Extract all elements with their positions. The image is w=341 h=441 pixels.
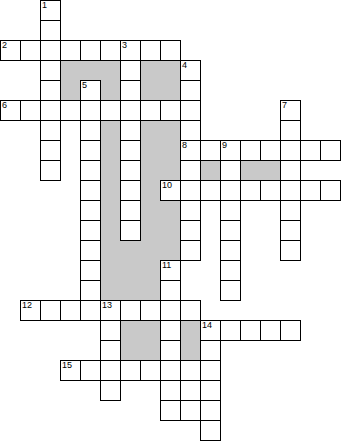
grid-cell-shaded[interactable] (160, 160, 181, 181)
grid-cell[interactable] (40, 40, 61, 61)
grid-cell[interactable] (80, 180, 101, 201)
grid-cell[interactable] (80, 360, 101, 381)
grid-cell-shaded[interactable] (140, 160, 161, 181)
grid-cell-shaded[interactable] (160, 220, 181, 241)
grid-cell[interactable] (300, 140, 321, 161)
grid-cell[interactable] (120, 200, 141, 221)
grid-cell[interactable] (180, 360, 201, 381)
grid-cell[interactable] (280, 240, 301, 261)
grid-cell[interactable] (140, 100, 161, 121)
grid-cell[interactable] (260, 320, 281, 341)
grid-cell[interactable] (240, 180, 261, 201)
grid-cell[interactable] (120, 300, 141, 321)
grid-cell[interactable] (20, 300, 41, 321)
grid-cell[interactable] (80, 220, 101, 241)
grid-cell[interactable] (200, 420, 221, 441)
grid-cell-shaded[interactable] (120, 340, 141, 361)
grid-cell[interactable] (180, 240, 201, 261)
grid-cell-shaded[interactable] (160, 80, 181, 101)
grid-cell[interactable] (100, 100, 121, 121)
grid-cell[interactable] (100, 40, 121, 61)
grid-cell-shaded[interactable] (140, 340, 161, 361)
grid-cell[interactable] (200, 340, 221, 361)
grid-cell[interactable] (180, 400, 201, 421)
grid-cell[interactable] (160, 180, 181, 201)
grid-cell[interactable] (80, 200, 101, 221)
grid-cell[interactable] (120, 140, 141, 161)
grid-cell[interactable] (220, 140, 241, 161)
grid-cell[interactable] (80, 80, 101, 101)
grid-cell[interactable] (180, 200, 201, 221)
grid-cell[interactable] (80, 100, 101, 121)
grid-cell[interactable] (20, 100, 41, 121)
grid-cell[interactable] (280, 180, 301, 201)
grid-cell[interactable] (220, 200, 241, 221)
grid-cell-shaded[interactable] (80, 60, 101, 81)
grid-cell[interactable] (120, 40, 141, 61)
grid-cell-shaded[interactable] (120, 280, 141, 301)
grid-cell[interactable] (120, 220, 141, 241)
grid-cell[interactable] (60, 40, 81, 61)
grid-cell[interactable] (120, 80, 141, 101)
grid-cell[interactable] (160, 40, 181, 61)
grid-cell[interactable] (120, 360, 141, 381)
grid-cell-shaded[interactable] (140, 320, 161, 341)
grid-cell-shaded[interactable] (100, 260, 121, 281)
grid-cell[interactable] (80, 300, 101, 321)
grid-cell-shaded[interactable] (160, 120, 181, 141)
grid-cell[interactable] (280, 100, 301, 121)
grid-cell[interactable] (200, 140, 221, 161)
grid-cell[interactable] (160, 360, 181, 381)
grid-cell[interactable] (80, 120, 101, 141)
grid-cell[interactable] (220, 260, 241, 281)
grid-cell[interactable] (280, 120, 301, 141)
grid-cell[interactable] (200, 320, 221, 341)
grid-cell-shaded[interactable] (100, 200, 121, 221)
grid-cell-shaded[interactable] (120, 240, 141, 261)
grid-cell[interactable] (100, 380, 121, 401)
grid-cell-shaded[interactable] (100, 120, 121, 141)
grid-cell[interactable] (180, 80, 201, 101)
grid-cell[interactable] (40, 80, 61, 101)
grid-cell-shaded[interactable] (140, 240, 161, 261)
grid-cell[interactable] (40, 300, 61, 321)
grid-cell[interactable] (120, 160, 141, 181)
grid-cell-shaded[interactable] (140, 60, 161, 81)
grid-cell[interactable] (320, 140, 341, 161)
grid-cell[interactable] (160, 400, 181, 421)
grid-cell-shaded[interactable] (100, 80, 121, 101)
grid-cell[interactable] (60, 360, 81, 381)
grid-cell[interactable] (180, 140, 201, 161)
grid-cell[interactable] (20, 40, 41, 61)
grid-cell[interactable] (160, 280, 181, 301)
grid-cell[interactable] (280, 140, 301, 161)
grid-cell-shaded[interactable] (100, 240, 121, 261)
grid-cell[interactable] (100, 360, 121, 381)
grid-cell[interactable] (40, 100, 61, 121)
grid-cell[interactable] (120, 60, 141, 81)
grid-cell[interactable] (200, 380, 221, 401)
grid-cell-shaded[interactable] (200, 160, 221, 181)
grid-cell-shaded[interactable] (60, 80, 81, 101)
grid-cell[interactable] (0, 100, 21, 121)
grid-cell[interactable] (160, 340, 181, 361)
grid-cell-shaded[interactable] (100, 60, 121, 81)
grid-cell-shaded[interactable] (120, 260, 141, 281)
grid-cell[interactable] (220, 240, 241, 261)
grid-cell-shaded[interactable] (160, 60, 181, 81)
grid-cell-shaded[interactable] (100, 280, 121, 301)
grid-cell[interactable] (0, 40, 21, 61)
grid-cell[interactable] (120, 120, 141, 141)
grid-cell-shaded[interactable] (140, 120, 161, 141)
grid-cell[interactable] (240, 320, 261, 341)
grid-cell[interactable] (60, 100, 81, 121)
grid-cell[interactable] (160, 320, 181, 341)
grid-cell[interactable] (220, 220, 241, 241)
grid-cell[interactable] (180, 160, 201, 181)
grid-cell[interactable] (80, 160, 101, 181)
grid-cell[interactable] (320, 180, 341, 201)
grid-cell-shaded[interactable] (240, 160, 261, 181)
grid-cell[interactable] (140, 40, 161, 61)
grid-cell[interactable] (300, 180, 321, 201)
grid-cell[interactable] (180, 300, 201, 321)
grid-cell[interactable] (100, 340, 121, 361)
grid-cell[interactable] (180, 220, 201, 241)
grid-cell[interactable] (40, 120, 61, 141)
grid-cell[interactable] (100, 300, 121, 321)
grid-cell-shaded[interactable] (140, 280, 161, 301)
grid-cell[interactable] (160, 300, 181, 321)
grid-cell[interactable] (180, 120, 201, 141)
grid-cell-shaded[interactable] (140, 200, 161, 221)
grid-cell[interactable] (280, 200, 301, 221)
grid-cell-shaded[interactable] (60, 60, 81, 81)
grid-cell[interactable] (140, 300, 161, 321)
grid-cell-shaded[interactable] (100, 180, 121, 201)
grid-cell[interactable] (140, 360, 161, 381)
grid-cell-shaded[interactable] (140, 180, 161, 201)
grid-cell[interactable] (40, 20, 61, 41)
grid-cell[interactable] (260, 140, 281, 161)
grid-cell[interactable] (160, 100, 181, 121)
grid-cell[interactable] (240, 140, 261, 161)
grid-cell[interactable] (280, 160, 301, 181)
crossword-board: 123456789101112131415 (0, 0, 341, 441)
grid-cell[interactable] (80, 140, 101, 161)
grid-cell[interactable] (200, 180, 221, 201)
grid-cell-shaded[interactable] (180, 340, 201, 361)
grid-cell[interactable] (120, 180, 141, 201)
grid-cell-shaded[interactable] (120, 320, 141, 341)
grid-cell-shaded[interactable] (140, 260, 161, 281)
grid-cell[interactable] (220, 180, 241, 201)
grid-cell[interactable] (200, 360, 221, 381)
grid-cell[interactable] (100, 320, 121, 341)
grid-cell[interactable] (220, 160, 241, 181)
grid-cell-shaded[interactable] (260, 160, 281, 181)
grid-cell[interactable] (200, 400, 221, 421)
grid-cell-shaded[interactable] (100, 140, 121, 161)
grid-cell[interactable] (180, 180, 201, 201)
grid-cell[interactable] (40, 160, 61, 181)
grid-cell[interactable] (160, 380, 181, 401)
grid-cell-shaded[interactable] (160, 200, 181, 221)
grid-cell-shaded[interactable] (180, 320, 201, 341)
grid-cell[interactable] (180, 60, 201, 81)
grid-cell[interactable] (180, 380, 201, 401)
grid-cell[interactable] (80, 260, 101, 281)
grid-cell[interactable] (280, 220, 301, 241)
grid-cell-shaded[interactable] (140, 80, 161, 101)
grid-cell[interactable] (40, 60, 61, 81)
grid-cell-shaded[interactable] (160, 240, 181, 261)
grid-cell[interactable] (260, 180, 281, 201)
grid-cell[interactable] (120, 100, 141, 121)
grid-cell-shaded[interactable] (100, 160, 121, 181)
grid-cell-shaded[interactable] (140, 140, 161, 161)
grid-cell[interactable] (80, 40, 101, 61)
grid-cell[interactable] (80, 240, 101, 261)
grid-cell[interactable] (160, 260, 181, 281)
grid-cell[interactable] (40, 140, 61, 161)
grid-cell-shaded[interactable] (100, 220, 121, 241)
grid-cell-shaded[interactable] (140, 220, 161, 241)
grid-cell[interactable] (40, 0, 61, 21)
grid-cell[interactable] (280, 320, 301, 341)
grid-cell[interactable] (180, 100, 201, 121)
grid-cell[interactable] (220, 280, 241, 301)
grid-cell[interactable] (80, 280, 101, 301)
grid-cell[interactable] (60, 300, 81, 321)
grid-cell-shaded[interactable] (160, 140, 181, 161)
grid-cell[interactable] (220, 320, 241, 341)
